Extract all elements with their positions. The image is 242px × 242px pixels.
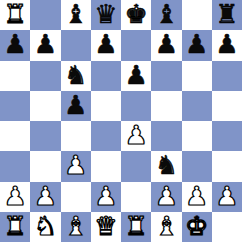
white-pawn-d2[interactable]: ♟	[94, 183, 117, 209]
white-rook-a1[interactable]: ♜	[3, 213, 26, 239]
square-c7[interactable]	[61, 30, 91, 60]
square-f4[interactable]	[151, 121, 181, 151]
square-a5[interactable]	[0, 91, 30, 121]
square-h1[interactable]	[212, 212, 242, 242]
white-king-g1[interactable]: ♚	[185, 213, 208, 239]
square-g7[interactable]: ♟	[182, 30, 212, 60]
square-g4[interactable]	[182, 121, 212, 151]
black-pawn-e6[interactable]: ♟	[124, 62, 147, 88]
square-b6[interactable]	[30, 61, 60, 91]
square-b1[interactable]: ♞	[30, 212, 60, 242]
square-h5[interactable]	[212, 91, 242, 121]
black-pawn-a7[interactable]: ♟	[3, 31, 26, 57]
square-c4[interactable]	[61, 121, 91, 151]
black-queen-d8[interactable]: ♛	[94, 1, 117, 27]
square-h8[interactable]: ♜	[212, 0, 242, 30]
black-bishop-f8[interactable]: ♝	[155, 1, 178, 27]
square-d1[interactable]: ♛	[91, 212, 121, 242]
square-f3[interactable]: ♞	[151, 151, 181, 181]
square-d5[interactable]	[91, 91, 121, 121]
square-c1[interactable]: ♝	[61, 212, 91, 242]
white-pawn-b2[interactable]: ♟	[34, 183, 57, 209]
white-bishop-f1[interactable]: ♝	[155, 213, 178, 239]
square-e2[interactable]	[121, 182, 151, 212]
chess-board[interactable]: ♜♝♛♚♝♜♟♟♟♟♟♟♞♟♟♟♟♞♟♟♟♟♟♟♜♞♝♛♜♝♚	[0, 0, 242, 242]
white-rook-e1[interactable]: ♜	[124, 213, 147, 239]
square-g6[interactable]	[182, 61, 212, 91]
black-pawn-d7[interactable]: ♟	[94, 31, 117, 57]
square-e4[interactable]: ♟	[121, 121, 151, 151]
white-knight-b1[interactable]: ♞	[34, 213, 57, 239]
square-d3[interactable]	[91, 151, 121, 181]
square-c3[interactable]: ♟	[61, 151, 91, 181]
square-c6[interactable]: ♞	[61, 61, 91, 91]
square-e3[interactable]	[121, 151, 151, 181]
black-knight-c6[interactable]: ♞	[64, 62, 87, 88]
board-wrap: ♜♝♛♚♝♜♟♟♟♟♟♟♞♟♟♟♟♞♟♟♟♟♟♟♜♞♝♛♜♝♚	[0, 0, 242, 242]
black-king-e8[interactable]: ♚	[124, 1, 147, 27]
square-e7[interactable]	[121, 30, 151, 60]
square-d6[interactable]	[91, 61, 121, 91]
white-rook-a8[interactable]: ♜	[3, 1, 26, 27]
square-b7[interactable]: ♟	[30, 30, 60, 60]
square-h7[interactable]: ♟	[212, 30, 242, 60]
square-e5[interactable]	[121, 91, 151, 121]
square-h4[interactable]	[212, 121, 242, 151]
square-h3[interactable]	[212, 151, 242, 181]
square-g2[interactable]: ♟	[182, 182, 212, 212]
square-c2[interactable]	[61, 182, 91, 212]
square-f6[interactable]	[151, 61, 181, 91]
white-pawn-e4[interactable]: ♟	[124, 122, 147, 148]
square-a7[interactable]: ♟	[0, 30, 30, 60]
black-knight-f3[interactable]: ♞	[155, 152, 178, 178]
square-a1[interactable]: ♜	[0, 212, 30, 242]
square-f8[interactable]: ♝	[151, 0, 181, 30]
square-b4[interactable]	[30, 121, 60, 151]
white-pawn-c3[interactable]: ♟	[64, 152, 87, 178]
square-d8[interactable]: ♛	[91, 0, 121, 30]
square-g1[interactable]: ♚	[182, 212, 212, 242]
black-pawn-b7[interactable]: ♟	[34, 31, 57, 57]
black-pawn-f7[interactable]: ♟	[155, 31, 178, 57]
square-g3[interactable]	[182, 151, 212, 181]
square-f5[interactable]	[151, 91, 181, 121]
square-h6[interactable]	[212, 61, 242, 91]
square-a4[interactable]	[0, 121, 30, 151]
square-a6[interactable]	[0, 61, 30, 91]
square-a8[interactable]: ♜	[0, 0, 30, 30]
white-pawn-a2[interactable]: ♟	[3, 183, 26, 209]
white-pawn-h2[interactable]: ♟	[215, 183, 238, 209]
square-c5[interactable]: ♟	[61, 91, 91, 121]
white-bishop-c1[interactable]: ♝	[64, 213, 87, 239]
square-f1[interactable]: ♝	[151, 212, 181, 242]
black-pawn-g7[interactable]: ♟	[185, 31, 208, 57]
square-e6[interactable]: ♟	[121, 61, 151, 91]
black-pawn-h7[interactable]: ♟	[215, 31, 238, 57]
white-pawn-g2[interactable]: ♟	[185, 183, 208, 209]
square-g8[interactable]	[182, 0, 212, 30]
white-queen-d1[interactable]: ♛	[94, 213, 117, 239]
square-b5[interactable]	[30, 91, 60, 121]
square-e8[interactable]: ♚	[121, 0, 151, 30]
square-b8[interactable]	[30, 0, 60, 30]
square-d4[interactable]	[91, 121, 121, 151]
black-rook-h8[interactable]: ♜	[215, 1, 238, 27]
square-d7[interactable]: ♟	[91, 30, 121, 60]
square-h2[interactable]: ♟	[212, 182, 242, 212]
square-a2[interactable]: ♟	[0, 182, 30, 212]
square-b3[interactable]	[30, 151, 60, 181]
black-bishop-c8[interactable]: ♝	[64, 1, 87, 27]
square-e1[interactable]: ♜	[121, 212, 151, 242]
square-f2[interactable]: ♟	[151, 182, 181, 212]
black-pawn-c5[interactable]: ♟	[64, 92, 87, 118]
square-g5[interactable]	[182, 91, 212, 121]
square-a3[interactable]	[0, 151, 30, 181]
white-pawn-f2[interactable]: ♟	[155, 183, 178, 209]
square-b2[interactable]: ♟	[30, 182, 60, 212]
square-f7[interactable]: ♟	[151, 30, 181, 60]
square-d2[interactable]: ♟	[91, 182, 121, 212]
square-c8[interactable]: ♝	[61, 0, 91, 30]
